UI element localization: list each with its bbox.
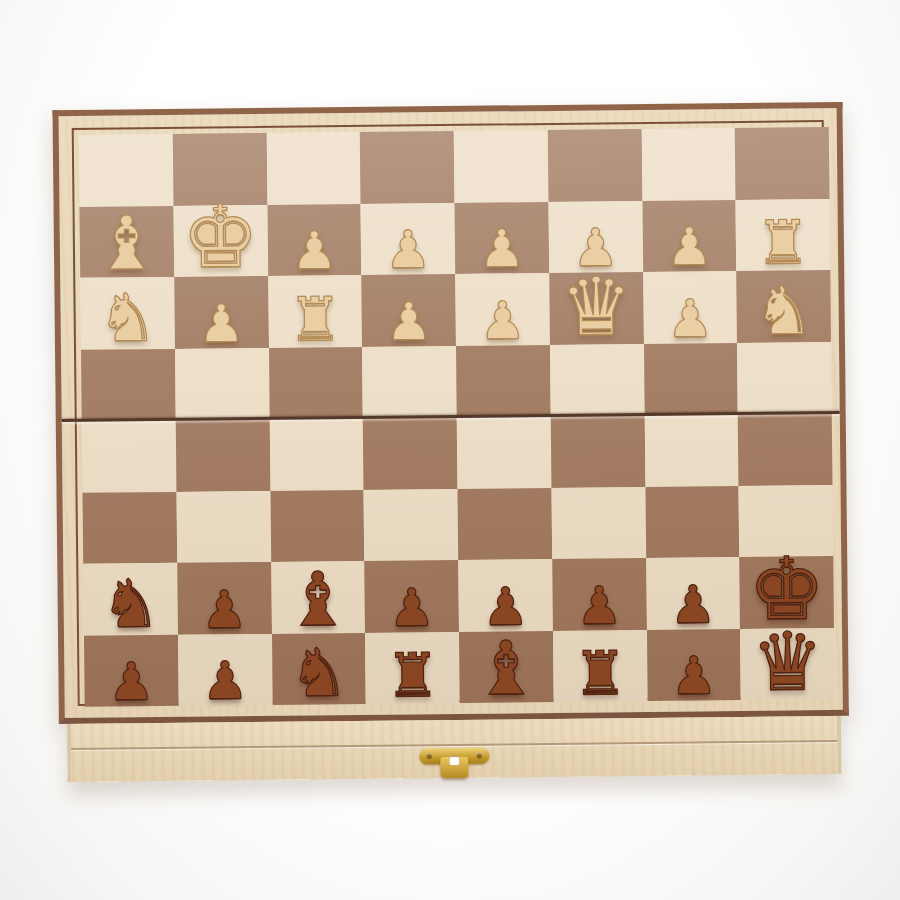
square-r5f7[interactable]	[644, 414, 738, 486]
piece-dark-bishop[interactable]: ♝	[473, 631, 540, 706]
piece-light-king[interactable]: ♚	[181, 193, 259, 280]
piece-light-rook[interactable]: ♜	[756, 212, 810, 273]
square-r6f1[interactable]	[83, 491, 177, 563]
piece-light-pawn[interactable]: ♟	[667, 292, 714, 344]
square-r1f1[interactable]	[79, 134, 173, 206]
square-r1f7[interactable]	[641, 128, 735, 200]
square-r1f6[interactable]	[547, 129, 641, 201]
square-r5f1[interactable]	[82, 420, 176, 492]
box-front-face	[67, 716, 842, 782]
brass-clasp	[419, 748, 489, 779]
square-r6f7[interactable]	[645, 485, 739, 557]
square-r6f3[interactable]	[270, 489, 364, 561]
square-r5f2[interactable]	[176, 419, 270, 491]
square-r6f4[interactable]	[364, 488, 458, 560]
square-r6f5[interactable]	[457, 487, 551, 559]
square-r4f6[interactable]	[550, 343, 644, 415]
square-r6f6[interactable]	[551, 486, 645, 558]
piece-light-rook[interactable]: ♜	[288, 288, 342, 349]
piece-light-pawn[interactable]: ♟	[291, 224, 338, 276]
piece-light-pawn[interactable]: ♟	[479, 294, 526, 346]
square-r4f2[interactable]	[175, 347, 269, 419]
square-r5f3[interactable]	[269, 418, 363, 490]
piece-dark-knight[interactable]: ♞	[101, 571, 161, 638]
square-r4f8[interactable]	[737, 342, 831, 414]
board-top-face: ♝♚♟♟♟♟♟♜♞♟♜♟♟♛♟♞♞♟♝♟♟♟♟♚♟♟♞♜♝♜♟♛	[53, 102, 849, 724]
piece-dark-bishop[interactable]: ♝	[284, 561, 351, 636]
square-r4f3[interactable]	[268, 346, 362, 418]
square-r1f5[interactable]	[454, 130, 548, 202]
square-r5f6[interactable]	[550, 415, 644, 487]
square-r4f5[interactable]	[456, 344, 550, 416]
piece-light-queen[interactable]: ♛	[560, 266, 633, 347]
piece-light-pawn[interactable]: ♟	[385, 295, 432, 347]
square-r1f8[interactable]	[735, 127, 829, 199]
piece-dark-pawn[interactable]: ♟	[388, 581, 435, 633]
piece-dark-pawn[interactable]: ♟	[670, 649, 717, 701]
piece-light-knight[interactable]: ♞	[754, 278, 814, 345]
piece-dark-pawn[interactable]: ♟	[108, 655, 155, 707]
piece-light-knight[interactable]: ♞	[98, 285, 158, 352]
piece-light-pawn[interactable]: ♟	[478, 222, 525, 274]
photo-background: { "game": "chess", "scene": { "backgroun…	[0, 0, 900, 900]
piece-dark-pawn[interactable]: ♟	[670, 578, 717, 630]
piece-dark-pawn[interactable]: ♟	[576, 579, 623, 631]
square-r1f3[interactable]	[266, 132, 360, 204]
piece-dark-pawn[interactable]: ♟	[201, 583, 248, 635]
square-r5f5[interactable]	[457, 416, 551, 488]
square-r4f1[interactable]	[81, 348, 175, 420]
piece-dark-rook[interactable]: ♜	[385, 645, 439, 706]
piece-light-pawn[interactable]: ♟	[385, 223, 432, 275]
piece-dark-rook[interactable]: ♜	[573, 643, 627, 704]
folding-chess-box: ♝♚♟♟♟♟♟♜♞♟♜♟♟♛♟♞♞♟♝♟♟♟♟♚♟♟♞♜♝♜♟♛	[53, 102, 850, 782]
piece-dark-pawn[interactable]: ♟	[202, 654, 249, 706]
square-r4f7[interactable]	[643, 342, 737, 414]
piece-dark-knight[interactable]: ♞	[289, 640, 349, 707]
piece-light-pawn[interactable]: ♟	[666, 220, 713, 272]
square-r5f4[interactable]	[363, 417, 457, 489]
piece-light-pawn[interactable]: ♟	[198, 297, 245, 349]
clasp-screw-left	[426, 753, 432, 759]
square-r6f2[interactable]	[176, 490, 270, 562]
clasp-screw-right	[476, 753, 482, 759]
clasp-hole	[449, 756, 459, 765]
square-r4f4[interactable]	[362, 345, 456, 417]
square-r5f8[interactable]	[738, 413, 832, 485]
piece-light-bishop[interactable]: ♝	[93, 205, 160, 280]
square-r1f4[interactable]	[360, 131, 454, 203]
piece-dark-queen[interactable]: ♛	[751, 622, 824, 703]
